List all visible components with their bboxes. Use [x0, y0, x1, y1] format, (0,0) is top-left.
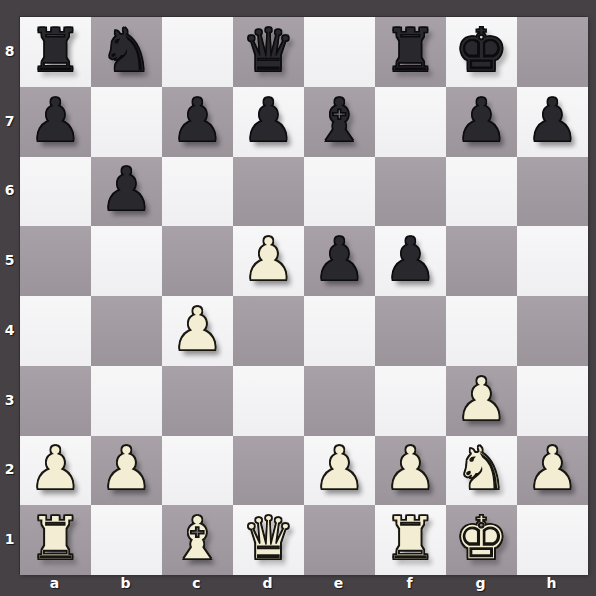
square-e3[interactable]: [304, 366, 375, 436]
white-pawn[interactable]: ♟: [455, 369, 509, 429]
square-g1[interactable]: ♚: [446, 505, 517, 575]
square-e6[interactable]: [304, 157, 375, 227]
square-d8[interactable]: ♛: [233, 17, 304, 87]
square-f6[interactable]: [375, 157, 446, 227]
square-g6[interactable]: [446, 157, 517, 227]
square-d5[interactable]: ♟: [233, 226, 304, 296]
white-rook[interactable]: ♜: [29, 508, 83, 568]
white-pawn[interactable]: ♟: [29, 438, 83, 498]
black-pawn[interactable]: ♟: [242, 90, 296, 150]
square-a8[interactable]: ♜: [20, 17, 91, 87]
square-c8[interactable]: [162, 17, 233, 87]
square-c3[interactable]: [162, 366, 233, 436]
square-e4[interactable]: [304, 296, 375, 366]
square-b4[interactable]: [91, 296, 162, 366]
square-h2[interactable]: ♟: [517, 436, 588, 506]
square-d3[interactable]: [233, 366, 304, 436]
white-king[interactable]: ♚: [455, 508, 509, 568]
black-pawn[interactable]: ♟: [171, 90, 225, 150]
rank-label-6: 6: [0, 156, 19, 226]
square-e2[interactable]: ♟: [304, 436, 375, 506]
black-pawn[interactable]: ♟: [455, 90, 509, 150]
black-rook[interactable]: ♜: [29, 20, 83, 80]
rank-label-1: 1: [0, 504, 19, 574]
square-c4[interactable]: ♟: [162, 296, 233, 366]
square-g5[interactable]: [446, 226, 517, 296]
square-f5[interactable]: ♟: [375, 226, 446, 296]
white-pawn[interactable]: ♟: [384, 438, 438, 498]
square-d2[interactable]: [233, 436, 304, 506]
square-c1[interactable]: ♝: [162, 505, 233, 575]
square-a2[interactable]: ♟: [20, 436, 91, 506]
file-label-h: h: [516, 574, 587, 596]
square-c2[interactable]: [162, 436, 233, 506]
square-b5[interactable]: [91, 226, 162, 296]
rank-label-8: 8: [0, 16, 19, 86]
square-g4[interactable]: [446, 296, 517, 366]
square-h8[interactable]: [517, 17, 588, 87]
white-pawn[interactable]: ♟: [100, 438, 154, 498]
file-label-f: f: [374, 574, 445, 596]
square-g3[interactable]: ♟: [446, 366, 517, 436]
square-b8[interactable]: ♞: [91, 17, 162, 87]
file-label-a: a: [19, 574, 90, 596]
file-label-b: b: [90, 574, 161, 596]
square-f1[interactable]: ♜: [375, 505, 446, 575]
square-g8[interactable]: ♚: [446, 17, 517, 87]
square-c6[interactable]: [162, 157, 233, 227]
black-pawn[interactable]: ♟: [313, 229, 367, 289]
black-bishop[interactable]: ♝: [313, 90, 367, 150]
square-f2[interactable]: ♟: [375, 436, 446, 506]
black-pawn[interactable]: ♟: [526, 90, 580, 150]
square-f8[interactable]: ♜: [375, 17, 446, 87]
square-b2[interactable]: ♟: [91, 436, 162, 506]
square-h6[interactable]: [517, 157, 588, 227]
white-queen[interactable]: ♛: [242, 508, 296, 568]
square-a3[interactable]: [20, 366, 91, 436]
square-h4[interactable]: [517, 296, 588, 366]
square-e1[interactable]: [304, 505, 375, 575]
file-labels: abcdefgh: [19, 574, 587, 596]
rank-label-4: 4: [0, 295, 19, 365]
square-b3[interactable]: [91, 366, 162, 436]
square-a5[interactable]: [20, 226, 91, 296]
square-d6[interactable]: [233, 157, 304, 227]
square-b7[interactable]: [91, 87, 162, 157]
square-e7[interactable]: ♝: [304, 87, 375, 157]
square-g7[interactable]: ♟: [446, 87, 517, 157]
white-pawn[interactable]: ♟: [242, 229, 296, 289]
file-label-g: g: [445, 574, 516, 596]
square-g2[interactable]: ♞: [446, 436, 517, 506]
black-pawn[interactable]: ♟: [29, 90, 83, 150]
white-bishop[interactable]: ♝: [171, 508, 225, 568]
square-h1[interactable]: [517, 505, 588, 575]
white-rook[interactable]: ♜: [384, 508, 438, 568]
square-d7[interactable]: ♟: [233, 87, 304, 157]
rank-label-7: 7: [0, 86, 19, 156]
white-pawn[interactable]: ♟: [313, 438, 367, 498]
black-knight[interactable]: ♞: [100, 20, 154, 80]
black-king[interactable]: ♚: [455, 20, 509, 80]
white-knight[interactable]: ♞: [455, 438, 509, 498]
square-f7[interactable]: [375, 87, 446, 157]
square-b6[interactable]: ♟: [91, 157, 162, 227]
square-d1[interactable]: ♛: [233, 505, 304, 575]
square-d4[interactable]: [233, 296, 304, 366]
black-queen[interactable]: ♛: [242, 20, 296, 80]
board-frame: 87654321 ♜♞♛♜♚♟♟♟♝♟♟♟♟♟♟♟♟♟♟♟♟♞♟♜♝♛♜♚ ab…: [0, 0, 596, 596]
chess-board: ♜♞♛♜♚♟♟♟♝♟♟♟♟♟♟♟♟♟♟♟♟♞♟♜♝♛♜♚: [19, 16, 587, 574]
black-pawn[interactable]: ♟: [384, 229, 438, 289]
rank-label-3: 3: [0, 365, 19, 435]
square-h5[interactable]: [517, 226, 588, 296]
square-c5[interactable]: [162, 226, 233, 296]
file-label-d: d: [232, 574, 303, 596]
square-f3[interactable]: [375, 366, 446, 436]
white-pawn[interactable]: ♟: [526, 438, 580, 498]
square-e8[interactable]: [304, 17, 375, 87]
file-label-c: c: [161, 574, 232, 596]
square-e5[interactable]: ♟: [304, 226, 375, 296]
square-h7[interactable]: ♟: [517, 87, 588, 157]
rank-label-5: 5: [0, 225, 19, 295]
square-f4[interactable]: [375, 296, 446, 366]
black-pawn[interactable]: ♟: [100, 159, 154, 219]
square-a1[interactable]: ♜: [20, 505, 91, 575]
rank-label-2: 2: [0, 435, 19, 505]
square-h3[interactable]: [517, 366, 588, 436]
square-a7[interactable]: ♟: [20, 87, 91, 157]
square-b1[interactable]: [91, 505, 162, 575]
white-pawn[interactable]: ♟: [171, 299, 225, 359]
file-label-e: e: [303, 574, 374, 596]
square-a6[interactable]: [20, 157, 91, 227]
rank-labels: 87654321: [0, 16, 19, 574]
square-c7[interactable]: ♟: [162, 87, 233, 157]
square-a4[interactable]: [20, 296, 91, 366]
black-rook[interactable]: ♜: [384, 20, 438, 80]
